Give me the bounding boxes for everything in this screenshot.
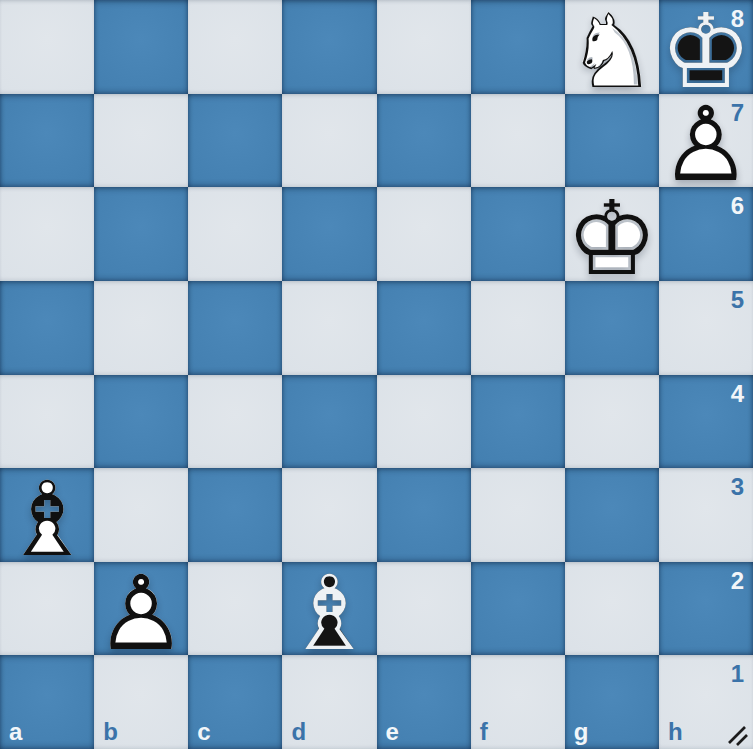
square-e2[interactable] xyxy=(377,562,471,656)
square-g7[interactable] xyxy=(565,94,659,188)
square-d3[interactable] xyxy=(282,468,376,562)
square-h4[interactable]: 4 xyxy=(659,375,753,469)
square-g3[interactable] xyxy=(565,468,659,562)
square-c1[interactable]: c xyxy=(188,655,282,749)
rank-label-4: 4 xyxy=(731,382,744,406)
square-c7[interactable] xyxy=(188,94,282,188)
rank-label-6: 6 xyxy=(731,194,744,218)
square-a5[interactable] xyxy=(0,281,94,375)
rank-label-3: 3 xyxy=(731,475,744,499)
piece-black-king-h8[interactable]: ♚♔ xyxy=(659,0,753,94)
square-f3[interactable] xyxy=(471,468,565,562)
square-e1[interactable]: e xyxy=(377,655,471,749)
square-g5[interactable] xyxy=(565,281,659,375)
rank-label-5: 5 xyxy=(731,288,744,312)
square-d7[interactable] xyxy=(282,94,376,188)
square-b6[interactable] xyxy=(94,187,188,281)
square-d1[interactable]: d xyxy=(282,655,376,749)
square-d4[interactable] xyxy=(282,375,376,469)
square-g4[interactable] xyxy=(565,375,659,469)
white-bishop-glyph-layer-1: ♗ xyxy=(1,468,93,571)
square-b8[interactable] xyxy=(94,0,188,94)
square-b4[interactable] xyxy=(94,375,188,469)
white-pawn-glyph-layer-1: ♙ xyxy=(95,561,187,664)
square-g8[interactable]: ♞♘ xyxy=(565,0,659,94)
square-c2[interactable] xyxy=(188,562,282,656)
square-b2[interactable]: ♟♙ xyxy=(94,562,188,656)
piece-black-bishop-d2[interactable]: ♝♗ xyxy=(282,562,376,656)
file-label-d: d xyxy=(291,720,306,744)
square-a6[interactable] xyxy=(0,187,94,281)
white-pawn-glyph-layer-1: ♙ xyxy=(660,93,752,196)
square-d8[interactable] xyxy=(282,0,376,94)
square-g1[interactable]: g xyxy=(565,655,659,749)
square-c6[interactable] xyxy=(188,187,282,281)
file-label-c: c xyxy=(197,720,210,744)
square-b5[interactable] xyxy=(94,281,188,375)
square-f1[interactable]: f xyxy=(471,655,565,749)
square-h7[interactable]: 7♟♙ xyxy=(659,94,753,188)
square-c4[interactable] xyxy=(188,375,282,469)
square-e4[interactable] xyxy=(377,375,471,469)
black-bishop-glyph-layer-1: ♗ xyxy=(283,561,375,664)
piece-white-king-g6[interactable]: ♚♔ xyxy=(565,187,659,281)
square-g2[interactable] xyxy=(565,562,659,656)
square-f7[interactable] xyxy=(471,94,565,188)
square-e8[interactable] xyxy=(377,0,471,94)
piece-white-pawn-h7[interactable]: ♟♙ xyxy=(659,94,753,188)
square-c8[interactable] xyxy=(188,0,282,94)
square-e3[interactable] xyxy=(377,468,471,562)
square-f8[interactable] xyxy=(471,0,565,94)
file-label-f: f xyxy=(480,720,488,744)
square-g6[interactable]: ♚♔ xyxy=(565,187,659,281)
square-a3[interactable]: ♝♗ xyxy=(0,468,94,562)
square-a7[interactable] xyxy=(0,94,94,188)
rank-label-1: 1 xyxy=(731,662,744,686)
chess-board: ♞♘8♚♔7♟♙♚♔654♝♗3♟♙♝♗2abcdefgh1 xyxy=(0,0,753,749)
square-a2[interactable] xyxy=(0,562,94,656)
square-e6[interactable] xyxy=(377,187,471,281)
square-e7[interactable] xyxy=(377,94,471,188)
square-f6[interactable] xyxy=(471,187,565,281)
square-f4[interactable] xyxy=(471,375,565,469)
square-h1[interactable]: h1 xyxy=(659,655,753,749)
square-h8[interactable]: 8♚♔ xyxy=(659,0,753,94)
piece-white-pawn-b2[interactable]: ♟♙ xyxy=(94,562,188,656)
square-a4[interactable] xyxy=(0,375,94,469)
square-h6[interactable]: 6 xyxy=(659,187,753,281)
square-f2[interactable] xyxy=(471,562,565,656)
white-king-glyph-layer-1: ♔ xyxy=(566,187,658,290)
file-label-b: b xyxy=(103,720,118,744)
file-label-h: h xyxy=(668,720,683,744)
square-c5[interactable] xyxy=(188,281,282,375)
square-d2[interactable]: ♝♗ xyxy=(282,562,376,656)
white-knight-glyph-layer-1: ♘ xyxy=(566,0,658,102)
resize-handle-icon[interactable] xyxy=(725,725,749,746)
square-h3[interactable]: 3 xyxy=(659,468,753,562)
piece-white-bishop-a3[interactable]: ♝♗ xyxy=(0,468,94,562)
square-e5[interactable] xyxy=(377,281,471,375)
square-b7[interactable] xyxy=(94,94,188,188)
file-label-g: g xyxy=(574,720,589,744)
square-c3[interactable] xyxy=(188,468,282,562)
square-h2[interactable]: 2 xyxy=(659,562,753,656)
square-a1[interactable]: a xyxy=(0,655,94,749)
file-label-a: a xyxy=(9,720,22,744)
square-f5[interactable] xyxy=(471,281,565,375)
square-a8[interactable] xyxy=(0,0,94,94)
file-label-e: e xyxy=(386,720,399,744)
square-h5[interactable]: 5 xyxy=(659,281,753,375)
square-d5[interactable] xyxy=(282,281,376,375)
square-b3[interactable] xyxy=(94,468,188,562)
piece-white-knight-g8[interactable]: ♞♘ xyxy=(565,0,659,94)
rank-label-2: 2 xyxy=(731,569,744,593)
square-d6[interactable] xyxy=(282,187,376,281)
square-b1[interactable]: b xyxy=(94,655,188,749)
